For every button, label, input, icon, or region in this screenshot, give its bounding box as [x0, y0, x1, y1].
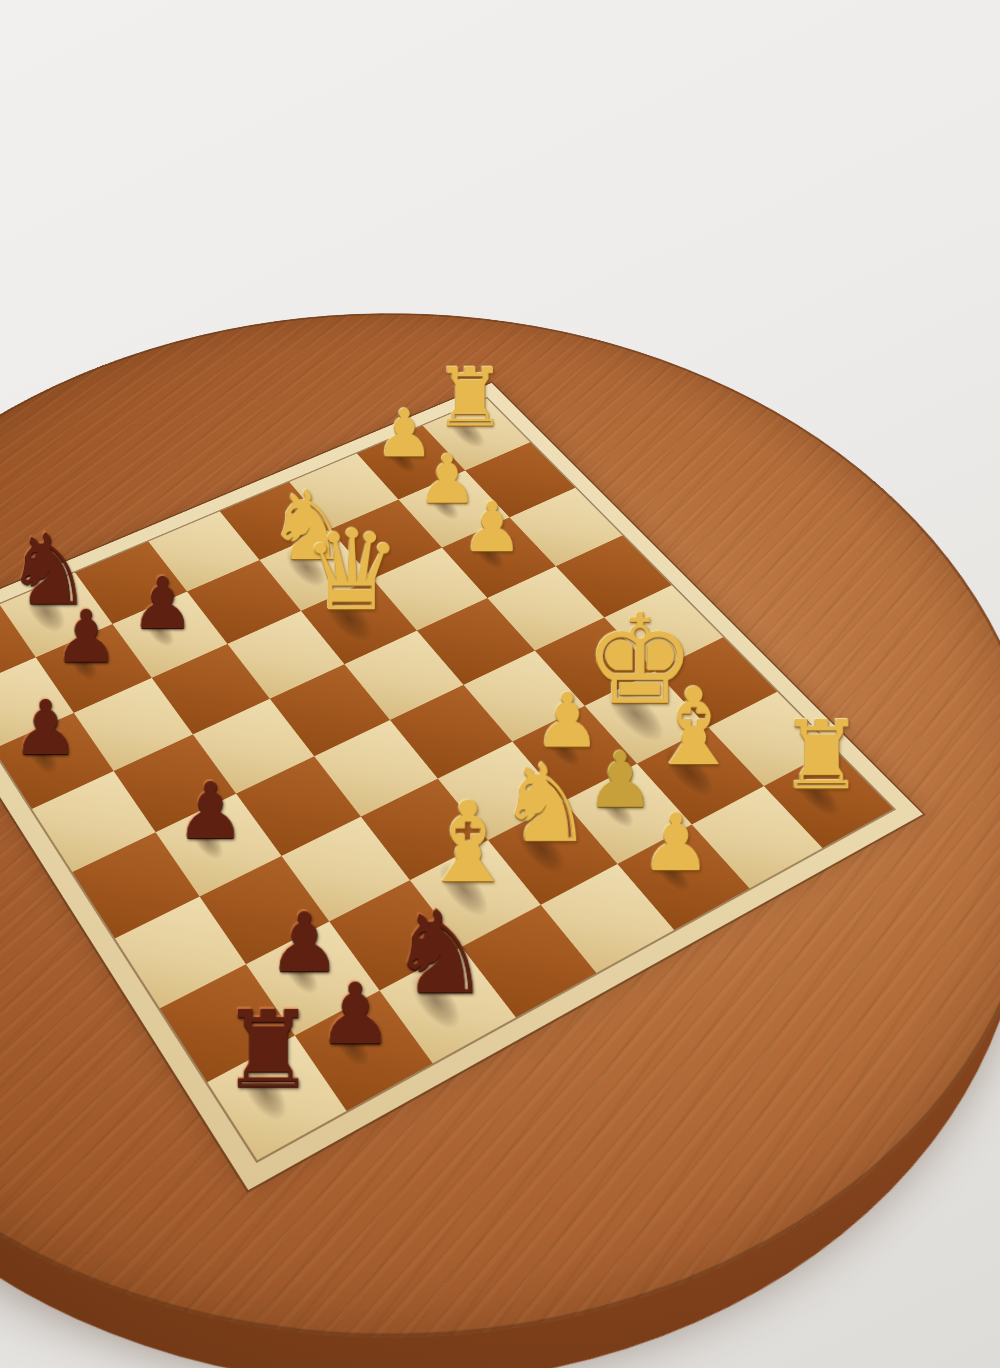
white-rook-icon: ♜	[729, 711, 915, 801]
square-e1	[72, 832, 199, 938]
black-rook-icon: ♜	[164, 999, 373, 1100]
white-bishop-icon: ♝	[371, 790, 564, 896]
black-pawn-icon: ♟	[116, 774, 306, 848]
white-pawn-icon: ♟	[580, 805, 772, 880]
photo-backdrop: ♜♟♟♟♞♛♚♟♞♜♝♟♟♟♟♞♟♝♟♞♟♟♜	[0, 0, 1000, 1368]
chess-scene: ♜♟♟♟♞♛♚♟♞♜♝♟♟♟♟♞♟♝♟♞♟♟♜	[0, 194, 1000, 1368]
board-disc: ♜♟♟♟♞♛♚♟♞♜♝♟♟♟♟♞♟♝♟♞♟♟♜	[0, 194, 1000, 1368]
pieces-layer: ♜♟♟♟♞♛♚♟♞♜♝♟♟♟♟♞♟♝♟♞♟♟♜	[0, 194, 1000, 1368]
black-pawn-icon: ♟	[0, 692, 138, 764]
